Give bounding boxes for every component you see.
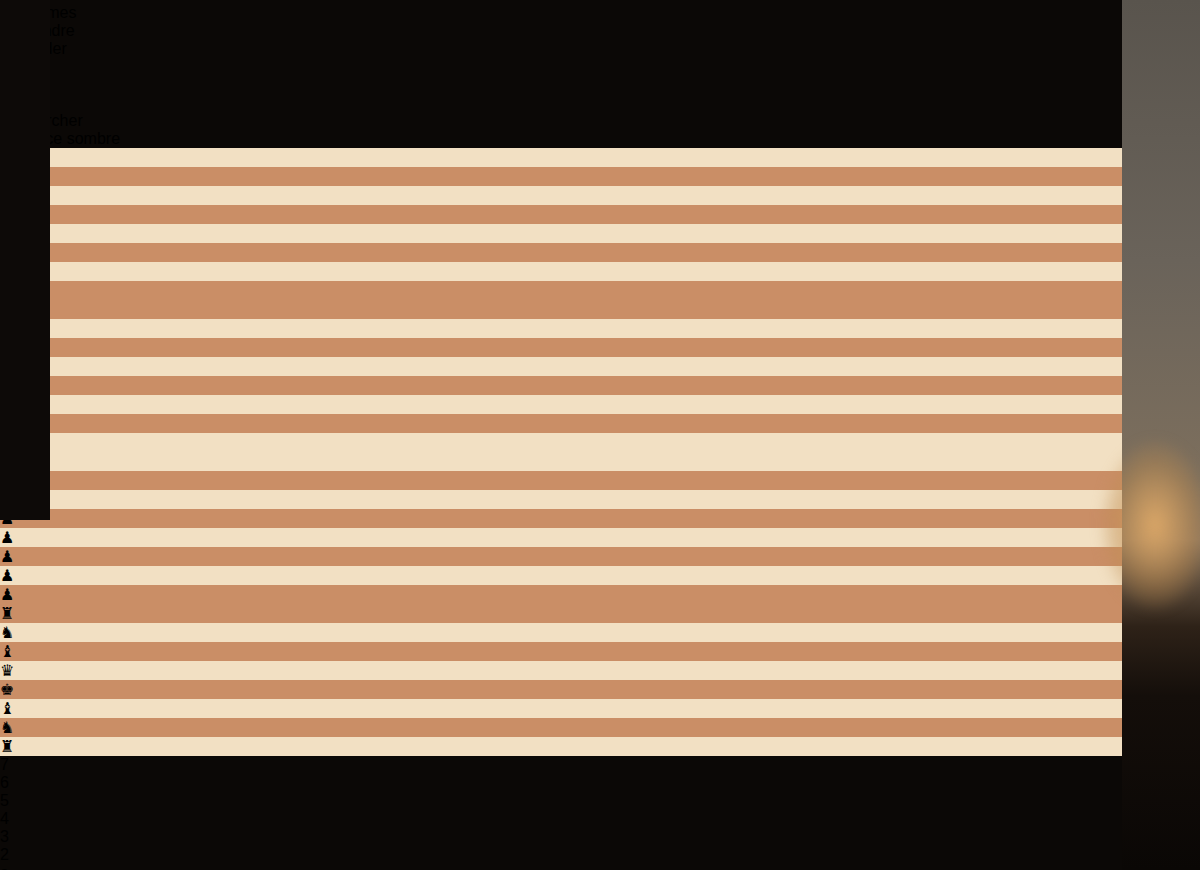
theme-toggle[interactable]: Interface sombre: [0, 130, 1200, 148]
square-a7[interactable]: ♟: [0, 300, 1200, 319]
white-pawn: ♟: [0, 548, 14, 565]
lamp-glow: [1100, 440, 1200, 610]
square-a1[interactable]: ♜: [0, 604, 1200, 623]
sidebar-item-social[interactable]: Social: [0, 76, 1200, 94]
rank-label-4: 4: [0, 810, 1200, 828]
square-d7[interactable]: ♟: [0, 357, 1200, 376]
sidebar: ProblèmesApprendreRegarderInfosSocial•••…: [0, 0, 1200, 148]
square-b2[interactable]: ♟: [0, 471, 1200, 490]
rank-label-7: 7: [0, 756, 1200, 774]
white-rook: ♜: [0, 738, 14, 755]
square-e8[interactable]: ♚: [0, 224, 1200, 243]
square-h2[interactable]: ♟: [0, 585, 1200, 604]
square-c7[interactable]: ♟: [0, 338, 1200, 357]
sidebar-item-regarder[interactable]: Regarder: [0, 40, 1200, 58]
rank-label-2: 2: [0, 846, 1200, 864]
wall-right: [1122, 0, 1200, 870]
square-f1[interactable]: ♝: [0, 699, 1200, 718]
rank-label-5: 5: [0, 792, 1200, 810]
rank-label-3: 3: [0, 828, 1200, 846]
square-h8[interactable]: ♜: [0, 281, 1200, 300]
sidebar-item-problèmes[interactable]: Problèmes: [0, 4, 1200, 22]
square-b7[interactable]: ♟: [0, 319, 1200, 338]
white-bishop: ♝: [0, 700, 14, 717]
square-a8[interactable]: ♜: [0, 148, 1200, 167]
square-d1[interactable]: ♛: [0, 661, 1200, 680]
board-page: ♜♞♝♛♚♝♞♜♟♟♟♟♟♟♟♟♟♟♟♟♟♟♟♟♜♞♝♛♚♝♞♜ 765432 …: [0, 148, 1200, 870]
sidebar-item-plus[interactable]: •••Plus: [0, 94, 1200, 112]
screen-chess-board[interactable]: ♜♞♝♛♚♝♞♜♟♟♟♟♟♟♟♟♟♟♟♟♟♟♟♟♜♞♝♛♚♝♞♜: [0, 148, 1200, 756]
square-g1[interactable]: ♞: [0, 718, 1200, 737]
file-label-a: a: [0, 864, 1200, 870]
square-e2[interactable]: ♟: [0, 528, 1200, 547]
white-knight: ♞: [0, 719, 14, 736]
square-c2[interactable]: ♟: [0, 490, 1200, 509]
white-pawn: ♟: [0, 586, 14, 603]
square-f7[interactable]: ♟: [0, 395, 1200, 414]
white-pawn: ♟: [0, 567, 14, 584]
white-queen: ♛: [0, 662, 14, 679]
wall-left-patch: [0, 246, 36, 338]
photo-scene: ProblèmesApprendreRegarderInfosSocial•••…: [0, 0, 1200, 870]
square-f2[interactable]: ♟: [0, 547, 1200, 566]
square-g8[interactable]: ♞: [0, 262, 1200, 281]
square-d8[interactable]: ♛: [0, 205, 1200, 224]
square-h1[interactable]: ♜: [0, 737, 1200, 756]
white-knight: ♞: [0, 624, 14, 641]
square-e1[interactable]: ♚: [0, 680, 1200, 699]
square-e7[interactable]: ♟: [0, 376, 1200, 395]
square-f8[interactable]: ♝: [0, 243, 1200, 262]
sidebar-item-infos[interactable]: Infos: [0, 58, 1200, 76]
monitor-screen: ProblèmesApprendreRegarderInfosSocial•••…: [0, 0, 1200, 870]
square-c1[interactable]: ♝: [0, 642, 1200, 661]
square-b1[interactable]: ♞: [0, 623, 1200, 642]
rank-label-6: 6: [0, 774, 1200, 792]
square-d2[interactable]: ♟: [0, 509, 1200, 528]
white-bishop: ♝: [0, 643, 14, 660]
search-input[interactable]: Rechercher: [0, 112, 1200, 130]
square-h7[interactable]: ♟: [0, 433, 1200, 452]
square-b8[interactable]: ♞: [0, 167, 1200, 186]
square-g7[interactable]: ♟: [0, 414, 1200, 433]
white-pawn: ♟: [0, 529, 14, 546]
square-c8[interactable]: ♝: [0, 186, 1200, 205]
square-g2[interactable]: ♟: [0, 566, 1200, 585]
white-king: ♚: [0, 681, 14, 698]
white-rook: ♜: [0, 605, 14, 622]
sidebar-item-apprendre[interactable]: Apprendre: [0, 22, 1200, 40]
square-a2[interactable]: ♟: [0, 452, 1200, 471]
